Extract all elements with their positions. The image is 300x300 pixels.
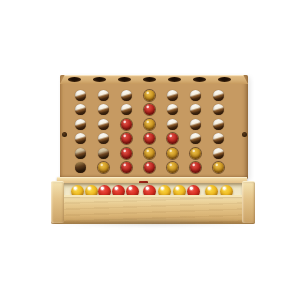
board-cell[interactable] [115,103,138,118]
empty-hole [98,148,109,159]
red-ball [121,133,132,144]
yellow-ball [98,162,109,173]
right-peg-hole-icon [242,132,247,137]
empty-hole [75,90,86,101]
board-cell[interactable] [69,132,92,147]
board-cell[interactable] [92,117,115,132]
board-cell[interactable] [184,132,207,147]
empty-hole [75,133,86,144]
board-cell[interactable] [138,132,161,147]
red-ball [121,119,132,130]
empty-hole [167,119,178,130]
board-cell[interactable] [138,103,161,118]
board-cell[interactable] [207,161,230,176]
empty-hole [75,162,86,173]
board-cell[interactable] [92,161,115,176]
board-cell[interactable] [184,161,207,176]
empty-hole [167,104,178,115]
drop-slot[interactable] [218,77,231,82]
board-cell[interactable] [92,132,115,147]
red-ball [144,162,155,173]
empty-hole [98,104,109,115]
board-cell[interactable] [69,161,92,176]
board-cell[interactable] [207,117,230,132]
drop-slot[interactable] [193,77,206,82]
board-cell[interactable] [69,103,92,118]
board-cell[interactable] [161,146,184,161]
board-cell[interactable] [69,117,92,132]
board-cell[interactable] [184,146,207,161]
yellow-ball [144,90,155,101]
yellow-ball [144,148,155,159]
red-ball [121,162,132,173]
connect-four-photo [0,0,300,300]
board-cell[interactable] [161,132,184,147]
board-cell[interactable] [69,88,92,103]
board-cell[interactable] [115,132,138,147]
red-ball [167,133,178,144]
empty-hole [121,90,132,101]
board-cell[interactable] [92,88,115,103]
empty-hole [190,133,201,144]
drop-slot[interactable] [68,77,81,82]
yellow-ball [144,119,155,130]
board-cell[interactable] [115,161,138,176]
yellow-ball [167,148,178,159]
drop-slots [62,77,237,83]
empty-hole [75,119,86,130]
board-cell[interactable] [115,117,138,132]
board-cell[interactable] [184,103,207,118]
board-cell[interactable] [207,146,230,161]
empty-hole [213,104,224,115]
board-cell[interactable] [184,117,207,132]
board-cell[interactable] [161,88,184,103]
empty-hole [75,104,86,115]
yellow-ball [213,162,224,173]
board-cell[interactable] [161,161,184,176]
board-cell[interactable] [207,103,230,118]
board-cell[interactable] [92,146,115,161]
empty-hole [213,133,224,144]
yellow-ball [167,162,178,173]
empty-hole [98,119,109,130]
empty-hole [213,119,224,130]
tray-right-wall [242,181,255,223]
drop-slot[interactable] [93,77,106,82]
board-top-rail [60,75,248,84]
empty-hole [190,104,201,115]
board-cell[interactable] [184,88,207,103]
board-cell[interactable] [207,132,230,147]
red-ball [144,133,155,144]
left-peg-hole-icon [62,132,67,137]
board-cell[interactable] [138,146,161,161]
board-cell[interactable] [92,103,115,118]
empty-hole [190,90,201,101]
empty-hole [167,90,178,101]
board-cell[interactable] [207,88,230,103]
empty-hole [213,148,224,159]
board-cell[interactable] [115,146,138,161]
red-ball [144,104,155,115]
empty-hole [75,148,86,159]
board-grid [69,88,230,175]
board-cell[interactable] [115,88,138,103]
drop-slot[interactable] [168,77,181,82]
board-cell[interactable] [161,103,184,118]
board-cell[interactable] [69,146,92,161]
empty-hole [98,90,109,101]
empty-hole [121,104,132,115]
ball-tray [51,181,255,222]
board-cell[interactable] [161,117,184,132]
drop-slot[interactable] [143,77,156,82]
drop-slot[interactable] [118,77,131,82]
empty-hole [190,119,201,130]
game-board [60,75,248,179]
board-cell[interactable] [138,161,161,176]
red-ball [190,162,201,173]
empty-hole [98,133,109,144]
board-cell[interactable] [138,117,161,132]
yellow-ball [190,148,201,159]
empty-hole [213,90,224,101]
tray-left-wall [51,181,64,223]
red-ball [121,148,132,159]
tray-shadow [47,219,257,226]
board-cell[interactable] [138,88,161,103]
